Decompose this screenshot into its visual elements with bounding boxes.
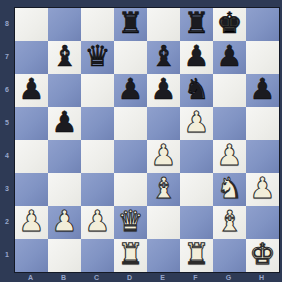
white-bishop[interactable]: ♝ bbox=[151, 172, 177, 205]
square-d3[interactable] bbox=[114, 173, 147, 206]
square-h2[interactable] bbox=[246, 206, 279, 239]
square-c4[interactable] bbox=[81, 140, 114, 173]
square-e3[interactable]: ♝ bbox=[147, 173, 180, 206]
square-f6[interactable]: ♞ bbox=[180, 74, 213, 107]
file-label-g: G bbox=[212, 272, 245, 282]
square-b2[interactable]: ♟ bbox=[48, 206, 81, 239]
square-b7[interactable]: ♝ bbox=[48, 41, 81, 74]
square-d7[interactable] bbox=[114, 41, 147, 74]
square-b8[interactable] bbox=[48, 8, 81, 41]
file-labels: ABCDEFGH bbox=[14, 272, 278, 282]
square-b3[interactable] bbox=[48, 173, 81, 206]
square-d6[interactable]: ♟ bbox=[114, 74, 147, 107]
square-h7[interactable] bbox=[246, 41, 279, 74]
square-e1[interactable] bbox=[147, 239, 180, 272]
black-king[interactable]: ♚ bbox=[217, 7, 243, 40]
white-pawn[interactable]: ♟ bbox=[19, 205, 45, 238]
rank-label-1: 1 bbox=[0, 238, 14, 271]
rank-labels: 87654321 bbox=[0, 7, 14, 271]
square-g3[interactable]: ♞ bbox=[213, 173, 246, 206]
square-g5[interactable] bbox=[213, 107, 246, 140]
rank-label-4: 4 bbox=[0, 139, 14, 172]
square-a4[interactable] bbox=[15, 140, 48, 173]
white-rook[interactable]: ♜ bbox=[184, 238, 210, 271]
file-label-h: H bbox=[245, 272, 278, 282]
square-b5[interactable]: ♟ bbox=[48, 107, 81, 140]
chess-board: ♜♜♚♝♛♝♟♟♟♟♟♞♟♟♟♟♟♝♞♟♟♟♟♛♝♜♜♚ bbox=[14, 7, 280, 273]
square-e2[interactable] bbox=[147, 206, 180, 239]
square-f7[interactable]: ♟ bbox=[180, 41, 213, 74]
square-h5[interactable] bbox=[246, 107, 279, 140]
black-queen[interactable]: ♛ bbox=[85, 40, 111, 73]
square-a7[interactable] bbox=[15, 41, 48, 74]
file-label-b: B bbox=[47, 272, 80, 282]
chess-board-frame: 87654321 ♜♜♚♝♛♝♟♟♟♟♟♞♟♟♟♟♟♝♞♟♟♟♟♛♝♜♜♚ AB… bbox=[0, 0, 282, 282]
white-king[interactable]: ♚ bbox=[250, 238, 276, 271]
square-h4[interactable] bbox=[246, 140, 279, 173]
square-c8[interactable] bbox=[81, 8, 114, 41]
square-e6[interactable]: ♟ bbox=[147, 74, 180, 107]
black-knight[interactable]: ♞ bbox=[184, 73, 210, 106]
square-h8[interactable] bbox=[246, 8, 279, 41]
file-label-c: C bbox=[80, 272, 113, 282]
white-pawn[interactable]: ♟ bbox=[85, 205, 111, 238]
square-d4[interactable] bbox=[114, 140, 147, 173]
white-pawn[interactable]: ♟ bbox=[52, 205, 78, 238]
rank-label-3: 3 bbox=[0, 172, 14, 205]
white-bishop[interactable]: ♝ bbox=[217, 205, 243, 238]
white-pawn[interactable]: ♟ bbox=[184, 106, 210, 139]
black-pawn[interactable]: ♟ bbox=[250, 73, 276, 106]
square-c5[interactable] bbox=[81, 107, 114, 140]
square-g4[interactable]: ♟ bbox=[213, 140, 246, 173]
square-a3[interactable] bbox=[15, 173, 48, 206]
square-a1[interactable] bbox=[15, 239, 48, 272]
white-rook[interactable]: ♜ bbox=[118, 238, 144, 271]
rank-label-5: 5 bbox=[0, 106, 14, 139]
white-queen[interactable]: ♛ bbox=[118, 205, 144, 238]
black-pawn[interactable]: ♟ bbox=[184, 40, 210, 73]
square-f8[interactable]: ♜ bbox=[180, 8, 213, 41]
square-g6[interactable] bbox=[213, 74, 246, 107]
file-label-d: D bbox=[113, 272, 146, 282]
rank-label-2: 2 bbox=[0, 205, 14, 238]
square-h3[interactable]: ♟ bbox=[246, 173, 279, 206]
square-b1[interactable] bbox=[48, 239, 81, 272]
square-e4[interactable]: ♟ bbox=[147, 140, 180, 173]
square-e8[interactable] bbox=[147, 8, 180, 41]
black-pawn[interactable]: ♟ bbox=[118, 73, 144, 106]
square-f4[interactable] bbox=[180, 140, 213, 173]
white-knight[interactable]: ♞ bbox=[217, 172, 243, 205]
square-a8[interactable] bbox=[15, 8, 48, 41]
file-label-f: F bbox=[179, 272, 212, 282]
square-h6[interactable]: ♟ bbox=[246, 74, 279, 107]
black-pawn[interactable]: ♟ bbox=[217, 40, 243, 73]
square-c1[interactable] bbox=[81, 239, 114, 272]
black-bishop[interactable]: ♝ bbox=[52, 40, 78, 73]
square-e7[interactable]: ♝ bbox=[147, 41, 180, 74]
square-c3[interactable] bbox=[81, 173, 114, 206]
square-g2[interactable]: ♝ bbox=[213, 206, 246, 239]
rank-label-6: 6 bbox=[0, 73, 14, 106]
square-e5[interactable] bbox=[147, 107, 180, 140]
square-g1[interactable] bbox=[213, 239, 246, 272]
black-pawn[interactable]: ♟ bbox=[151, 73, 177, 106]
black-pawn[interactable]: ♟ bbox=[19, 73, 45, 106]
square-f3[interactable] bbox=[180, 173, 213, 206]
black-bishop[interactable]: ♝ bbox=[151, 40, 177, 73]
black-rook[interactable]: ♜ bbox=[118, 7, 144, 40]
black-pawn[interactable]: ♟ bbox=[52, 106, 78, 139]
square-b4[interactable] bbox=[48, 140, 81, 173]
square-g8[interactable]: ♚ bbox=[213, 8, 246, 41]
square-f5[interactable]: ♟ bbox=[180, 107, 213, 140]
black-rook[interactable]: ♜ bbox=[184, 7, 210, 40]
rank-label-8: 8 bbox=[0, 7, 14, 40]
square-d1[interactable]: ♜ bbox=[114, 239, 147, 272]
square-c6[interactable] bbox=[81, 74, 114, 107]
rank-label-7: 7 bbox=[0, 40, 14, 73]
square-c7[interactable]: ♛ bbox=[81, 41, 114, 74]
file-label-a: A bbox=[14, 272, 47, 282]
square-a6[interactable]: ♟ bbox=[15, 74, 48, 107]
square-c2[interactable]: ♟ bbox=[81, 206, 114, 239]
square-b6[interactable] bbox=[48, 74, 81, 107]
square-d8[interactable]: ♜ bbox=[114, 8, 147, 41]
square-f1[interactable]: ♜ bbox=[180, 239, 213, 272]
white-pawn[interactable]: ♟ bbox=[217, 139, 243, 172]
white-pawn[interactable]: ♟ bbox=[151, 139, 177, 172]
square-f2[interactable] bbox=[180, 206, 213, 239]
square-d5[interactable] bbox=[114, 107, 147, 140]
white-pawn[interactable]: ♟ bbox=[250, 172, 276, 205]
square-h1[interactable]: ♚ bbox=[246, 239, 279, 272]
square-a2[interactable]: ♟ bbox=[15, 206, 48, 239]
square-a5[interactable] bbox=[15, 107, 48, 140]
file-label-e: E bbox=[146, 272, 179, 282]
square-d2[interactable]: ♛ bbox=[114, 206, 147, 239]
square-g7[interactable]: ♟ bbox=[213, 41, 246, 74]
